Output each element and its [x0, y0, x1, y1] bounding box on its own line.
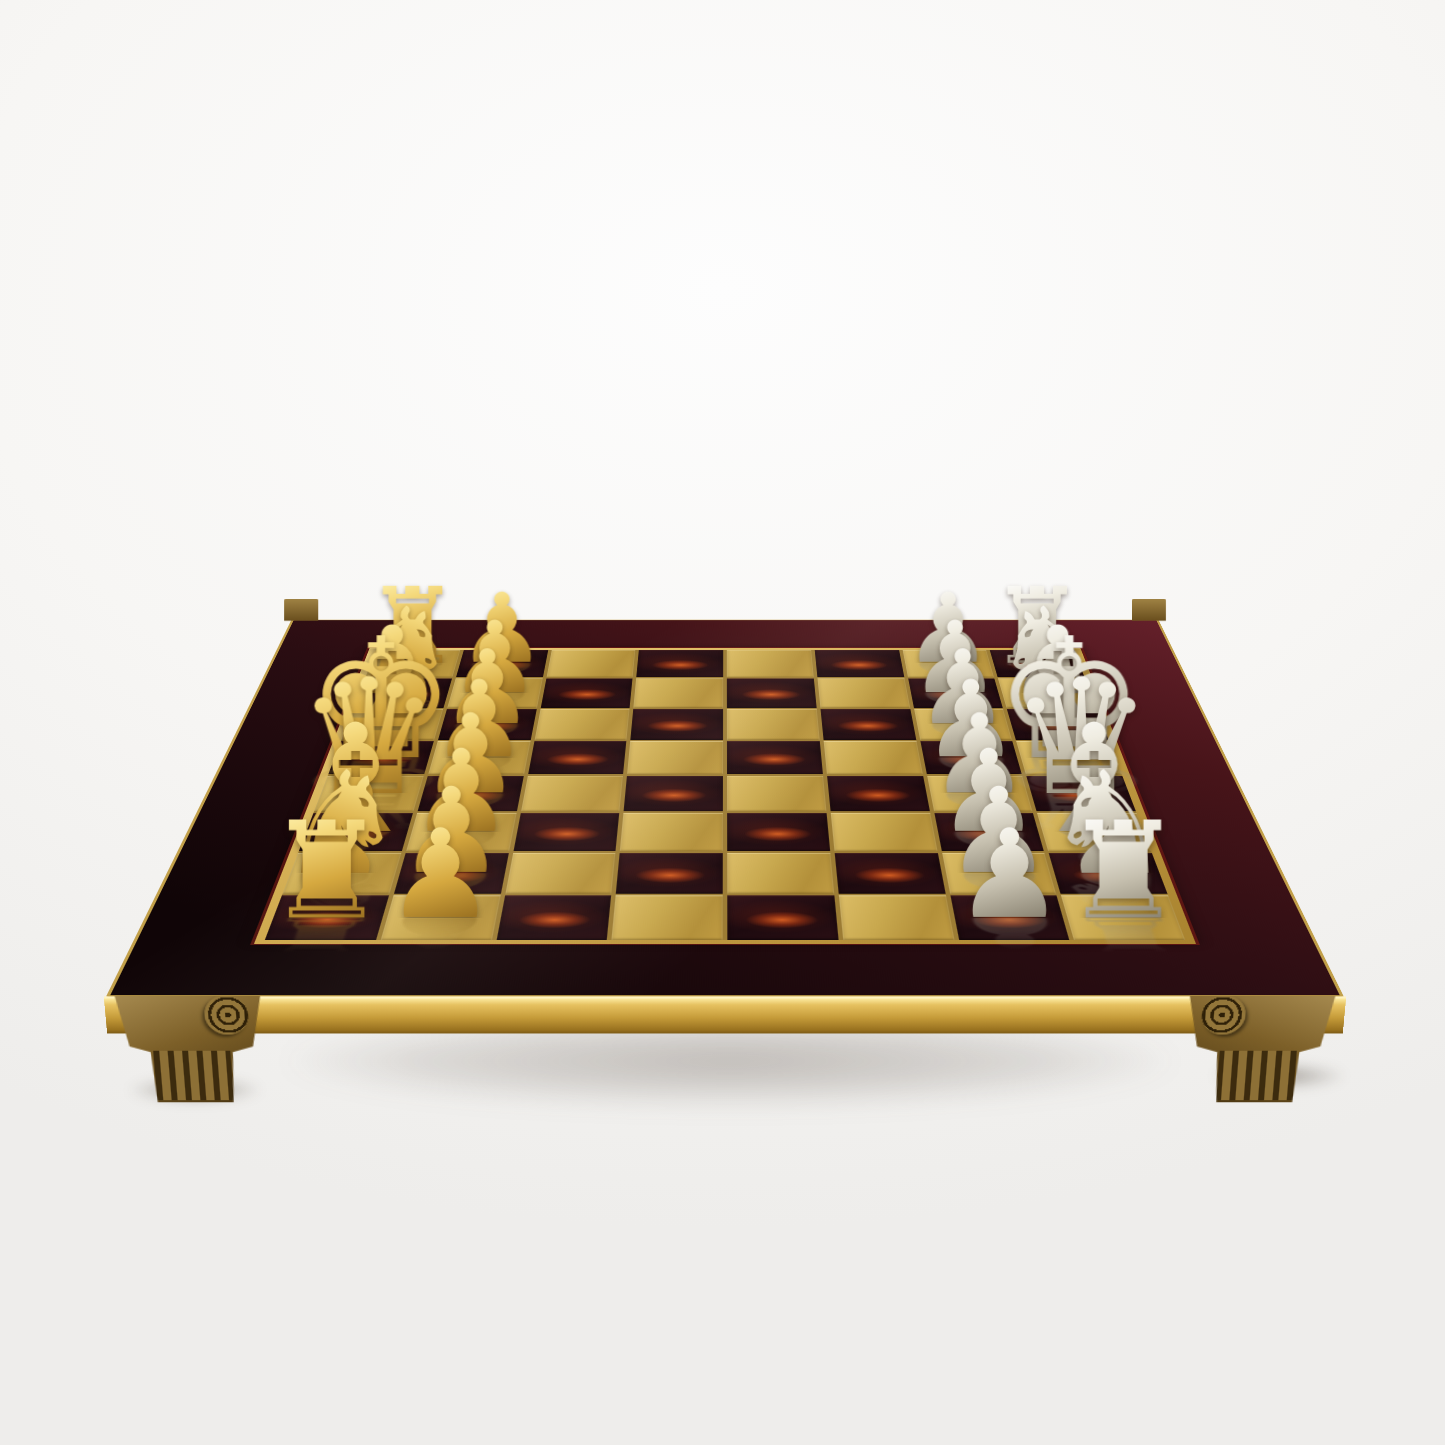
square-g4[interactable]: [634, 678, 724, 707]
square-g6[interactable]: [817, 678, 909, 707]
square-g5[interactable]: [727, 678, 817, 707]
square-f4[interactable]: [631, 709, 724, 740]
square-e3[interactable]: [528, 741, 627, 774]
pawn-reflection-glyph: ♟: [373, 910, 497, 962]
square-h6[interactable]: [814, 650, 903, 677]
square-h3[interactable]: [546, 650, 635, 677]
piece-silver-rook-a8[interactable]: ♜: [1044, 783, 1203, 917]
square-h4[interactable]: [636, 650, 723, 677]
piece-reflection-a2: ♟: [345, 917, 520, 969]
rook-reflection-glyph: ♜: [1061, 909, 1203, 966]
square-f6[interactable]: [820, 709, 916, 740]
square-h5[interactable]: [727, 650, 814, 677]
scene: ♜♜♟♟♟♟♜♜♞♞♟♟♟♟♞♞♝♝♟♟♟♟♝♝♚♚♟♟♟♟♚♚♛♛♟♟♟♟♛♛…: [0, 0, 1445, 1445]
square-h7[interactable]: [902, 650, 994, 677]
square-g3[interactable]: [540, 678, 632, 707]
board-edge-band: [104, 996, 1347, 1033]
square-e5[interactable]: [727, 741, 823, 774]
piece-reflection-a8: ♜: [1044, 917, 1227, 974]
square-h2[interactable]: [456, 650, 548, 677]
chess-board-3d: ♜♜♟♟♟♟♜♜♞♞♟♟♟♟♞♞♝♝♟♟♟♟♝♝♚♚♟♟♟♟♚♚♛♛♟♟♟♟♛♛…: [106, 620, 1344, 997]
square-f3[interactable]: [534, 709, 630, 740]
square-f5[interactable]: [727, 709, 820, 740]
square-e4[interactable]: [627, 741, 723, 774]
piece-gold-pawn-a2[interactable]: ♟: [361, 795, 520, 918]
